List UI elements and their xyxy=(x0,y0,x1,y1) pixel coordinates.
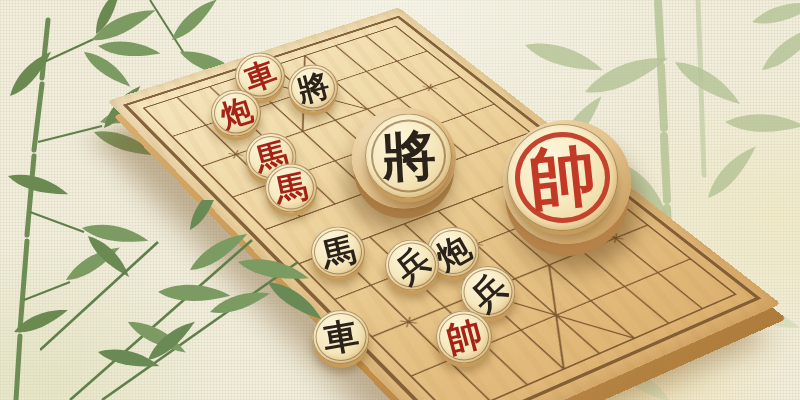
piece-character: 馬 xyxy=(318,232,358,272)
piece-character: 馬 xyxy=(272,169,310,207)
piece-red-cannon[interactable]: 炮 xyxy=(211,90,261,137)
piece-face: 馬 xyxy=(265,164,317,213)
piece-face: 帥 xyxy=(507,124,618,231)
piece-hero-black-general[interactable]: 將 xyxy=(352,108,456,209)
piece-face: 將 xyxy=(288,65,338,112)
piece-black-general[interactable]: 將 xyxy=(288,65,338,112)
piece-wooden-rim: 帥 xyxy=(503,120,631,244)
piece-face: 兵 xyxy=(385,240,439,291)
piece-character: 將 xyxy=(380,128,437,185)
piece-character: 炮 xyxy=(216,93,255,132)
piece-black-chariot[interactable]: 車 xyxy=(313,310,370,364)
piece-wooden-rim: 將 xyxy=(352,108,456,209)
piece-face: 帥 xyxy=(436,311,492,364)
piece-character: 將 xyxy=(294,69,332,107)
piece-hero-red-general[interactable]: 帥 xyxy=(503,120,631,244)
piece-black-horse[interactable]: 馬 xyxy=(311,227,365,278)
piece-character: 兵 xyxy=(389,242,435,288)
piece-character: 帥 xyxy=(443,316,486,359)
piece-character: 帥 xyxy=(526,141,600,215)
xiangqi-promo-scene: 車將炮馬馬馬兵炮兵車帥將帥 xyxy=(0,0,800,400)
piece-red-horse[interactable]: 馬 xyxy=(265,164,317,213)
piece-face: 炮 xyxy=(211,90,261,137)
piece-black-soldier[interactable]: 兵 xyxy=(385,240,439,291)
piece-red-general[interactable]: 帥 xyxy=(436,311,492,364)
piece-character: 兵 xyxy=(464,268,512,316)
piece-face: 將 xyxy=(365,114,452,199)
piece-character: 車 xyxy=(321,317,362,358)
piece-face: 車 xyxy=(313,310,370,364)
piece-face: 馬 xyxy=(311,227,365,278)
